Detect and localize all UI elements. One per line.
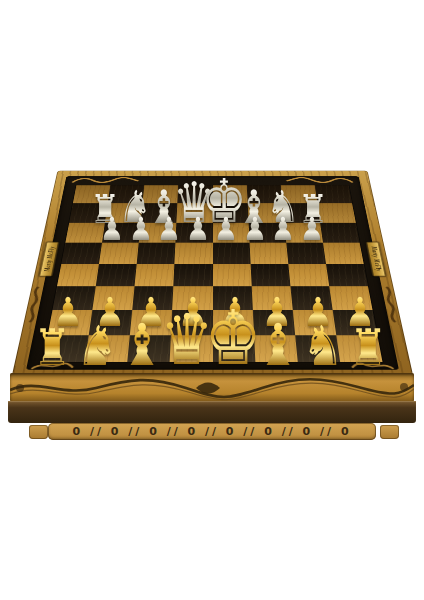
left-foot [29,425,48,439]
plaque-text: Marty McFly [43,246,56,271]
piece-silver-pawn-c7[interactable]: ♟ [157,213,181,245]
square-c4[interactable] [135,264,175,286]
square-d4[interactable] [174,264,213,286]
piece-silver-pawn-a7[interactable]: ♟ [100,213,124,245]
piece-gold-knight-g1[interactable]: ♞ [302,319,344,374]
square-a4[interactable] [57,264,99,286]
piece-silver-pawn-b7[interactable]: ♟ [128,213,152,245]
right-foot [380,425,399,439]
piece-gold-bishop-c1[interactable]: ♝ [120,316,164,374]
piece-gold-king-e1[interactable]: ♚ [204,301,261,376]
carved-apron: 0 ∕∕ 0 ∕∕ 0 ∕∕ 0 ∕∕ 0 ∕∕ 0 ∕∕ 0 ∕∕ 0 [48,423,376,440]
piece-silver-pawn-g7[interactable]: ♟ [271,213,295,245]
apron-motif: 0 ∕∕ 0 ∕∕ 0 ∕∕ 0 ∕∕ 0 ∕∕ 0 ∕∕ 0 ∕∕ 0 [72,425,351,438]
square-a5[interactable] [61,243,102,264]
plaque-text: Marty McFly [369,246,382,271]
piece-silver-pawn-f7[interactable]: ♟ [243,213,267,245]
square-f4[interactable] [250,264,290,286]
piece-silver-pawn-e7[interactable]: ♟ [214,213,238,245]
piece-gold-knight-b1[interactable]: ♞ [76,319,118,374]
square-h5[interactable] [323,243,364,264]
piece-silver-pawn-h7[interactable]: ♟ [300,213,324,245]
square-b4[interactable] [96,264,137,286]
piece-silver-pawn-d7[interactable]: ♟ [185,213,209,245]
square-e4[interactable] [213,264,252,286]
piece-gold-rook-a1[interactable]: ♜ [33,323,71,373]
piece-gold-rook-h1[interactable]: ♜ [349,323,387,373]
board-base-edge [8,401,416,423]
square-g4[interactable] [288,264,329,286]
chess-set-photo: Marty McFly Marty McFly 0 ∕∕ 0 ∕∕ 0 ∕∕ 0… [0,0,424,600]
square-h4[interactable] [326,264,368,286]
pieces-layer: ♜♞♝♛♚♝♞♜♟♟♟♟♟♟♟♟♟♟♟♟♟♟♟♟♜♞♝♛♚♝♞♜ [0,0,424,600]
piece-gold-bishop-f1[interactable]: ♝ [256,316,300,374]
